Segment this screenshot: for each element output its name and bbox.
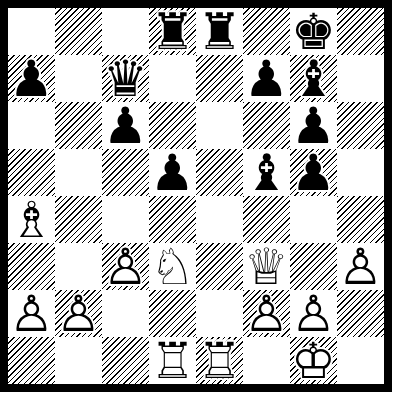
piece-fill-glyph: ♝ [243,149,290,196]
piece-fill-glyph: ♛ [102,55,149,102]
piece-white-rook-icon: ♜♖ [149,337,196,384]
piece-outline-glyph: ♙ [8,290,55,337]
piece-fill-glyph: ♟ [8,290,55,337]
chess-board: ♜♜♚♟♛♟♝♟♟♟♝♟♝♗♟♙♞♘♛♕♟♙♟♙♟♙♟♙♟♙♜♖♜♖♚♔ [0,0,392,392]
square-g5[interactable]: ♟ [290,149,337,196]
square-e3[interactable] [196,243,243,290]
square-f5[interactable]: ♝ [243,149,290,196]
piece-outline-glyph: ♙ [243,290,290,337]
piece-white-pawn-icon: ♟♙ [243,290,290,337]
piece-outline-glyph: ♙ [337,243,384,290]
piece-outline-glyph: ♗ [8,196,55,243]
square-a2[interactable]: ♟♙ [8,290,55,337]
piece-white-pawn-icon: ♟♙ [337,243,384,290]
square-a1[interactable] [8,337,55,384]
square-h6[interactable] [337,102,384,149]
piece-fill-glyph: ♞ [149,243,196,290]
piece-fill-glyph: ♚ [290,337,337,384]
square-h4[interactable] [337,196,384,243]
square-b2[interactable]: ♟♙ [55,290,102,337]
piece-fill-glyph: ♛ [243,243,290,290]
square-b4[interactable] [55,196,102,243]
square-g2[interactable]: ♟♙ [290,290,337,337]
piece-fill-glyph: ♟ [8,55,55,102]
piece-outline-glyph: ♔ [290,337,337,384]
piece-black-pawn-icon: ♟ [8,55,55,102]
piece-fill-glyph: ♟ [290,102,337,149]
piece-outline-glyph: ♕ [243,243,290,290]
piece-fill-glyph: ♟ [102,102,149,149]
square-d5[interactable]: ♟ [149,149,196,196]
square-g7[interactable]: ♝ [290,55,337,102]
piece-outline-glyph: ♖ [196,337,243,384]
piece-black-pawn-icon: ♟ [149,149,196,196]
square-f7[interactable]: ♟ [243,55,290,102]
piece-fill-glyph: ♟ [243,290,290,337]
chess-diagram: ♜♜♚♟♛♟♝♟♟♟♝♟♝♗♟♙♞♘♛♕♟♙♟♙♟♙♟♙♟♙♜♖♜♖♚♔ [0,0,394,394]
piece-white-bishop-icon: ♝♗ [8,196,55,243]
square-e6[interactable] [196,102,243,149]
square-b7[interactable] [55,55,102,102]
piece-fill-glyph: ♜ [149,8,196,55]
piece-white-rook-icon: ♜♖ [196,337,243,384]
piece-white-pawn-icon: ♟♙ [8,290,55,337]
square-c8[interactable] [102,8,149,55]
square-d2[interactable] [149,290,196,337]
piece-black-pawn-icon: ♟ [102,102,149,149]
piece-black-rook-icon: ♜ [149,8,196,55]
piece-white-pawn-icon: ♟♙ [55,290,102,337]
piece-white-pawn-icon: ♟♙ [102,243,149,290]
square-e8[interactable]: ♜ [196,8,243,55]
square-b3[interactable] [55,243,102,290]
piece-white-king-icon: ♚♔ [290,337,337,384]
square-c6[interactable]: ♟ [102,102,149,149]
piece-fill-glyph: ♟ [243,55,290,102]
square-h2[interactable] [337,290,384,337]
square-b5[interactable] [55,149,102,196]
square-f6[interactable] [243,102,290,149]
piece-outline-glyph: ♙ [102,243,149,290]
piece-black-pawn-icon: ♟ [243,55,290,102]
square-e5[interactable] [196,149,243,196]
square-g3[interactable] [290,243,337,290]
square-a6[interactable] [8,102,55,149]
piece-white-pawn-icon: ♟♙ [290,290,337,337]
piece-fill-glyph: ♜ [196,8,243,55]
piece-black-queen-icon: ♛ [102,55,149,102]
square-f4[interactable] [243,196,290,243]
square-h7[interactable] [337,55,384,102]
square-e1[interactable]: ♜♖ [196,337,243,384]
square-c7[interactable]: ♛ [102,55,149,102]
square-f8[interactable] [243,8,290,55]
piece-fill-glyph: ♜ [149,337,196,384]
piece-black-king-icon: ♚ [290,8,337,55]
piece-black-bishop-icon: ♝ [243,149,290,196]
square-c4[interactable] [102,196,149,243]
piece-black-pawn-icon: ♟ [290,149,337,196]
piece-black-bishop-icon: ♝ [290,55,337,102]
square-e7[interactable] [196,55,243,102]
piece-fill-glyph: ♟ [337,243,384,290]
square-c3[interactable]: ♟♙ [102,243,149,290]
square-g6[interactable]: ♟ [290,102,337,149]
piece-fill-glyph: ♟ [149,149,196,196]
piece-fill-glyph: ♟ [102,243,149,290]
square-g8[interactable]: ♚ [290,8,337,55]
square-d4[interactable] [149,196,196,243]
square-a8[interactable] [8,8,55,55]
piece-outline-glyph: ♘ [149,243,196,290]
square-a5[interactable] [8,149,55,196]
piece-outline-glyph: ♙ [290,290,337,337]
piece-fill-glyph: ♟ [290,290,337,337]
square-b6[interactable] [55,102,102,149]
square-a7[interactable]: ♟ [8,55,55,102]
square-g4[interactable] [290,196,337,243]
square-g1[interactable]: ♚♔ [290,337,337,384]
square-h5[interactable] [337,149,384,196]
square-f1[interactable] [243,337,290,384]
square-a3[interactable] [8,243,55,290]
square-e4[interactable] [196,196,243,243]
square-b1[interactable] [55,337,102,384]
piece-fill-glyph: ♜ [196,337,243,384]
square-d7[interactable] [149,55,196,102]
square-d8[interactable]: ♜ [149,8,196,55]
piece-black-pawn-icon: ♟ [290,102,337,149]
piece-fill-glyph: ♝ [8,196,55,243]
square-f3[interactable]: ♛♕ [243,243,290,290]
square-d6[interactable] [149,102,196,149]
square-c2[interactable] [102,290,149,337]
piece-outline-glyph: ♙ [55,290,102,337]
piece-outline-glyph: ♖ [149,337,196,384]
piece-white-knight-icon: ♞♘ [149,243,196,290]
square-h1[interactable] [337,337,384,384]
square-f2[interactable]: ♟♙ [243,290,290,337]
square-h8[interactable] [337,8,384,55]
square-c5[interactable] [102,149,149,196]
piece-fill-glyph: ♟ [55,290,102,337]
square-a4[interactable]: ♝♗ [8,196,55,243]
square-c1[interactable] [102,337,149,384]
piece-black-rook-icon: ♜ [196,8,243,55]
square-e2[interactable] [196,290,243,337]
square-d1[interactable]: ♜♖ [149,337,196,384]
piece-fill-glyph: ♝ [290,55,337,102]
square-h3[interactable]: ♟♙ [337,243,384,290]
square-b8[interactable] [55,8,102,55]
square-d3[interactable]: ♞♘ [149,243,196,290]
piece-fill-glyph: ♟ [290,149,337,196]
piece-fill-glyph: ♚ [290,8,337,55]
piece-white-queen-icon: ♛♕ [243,243,290,290]
